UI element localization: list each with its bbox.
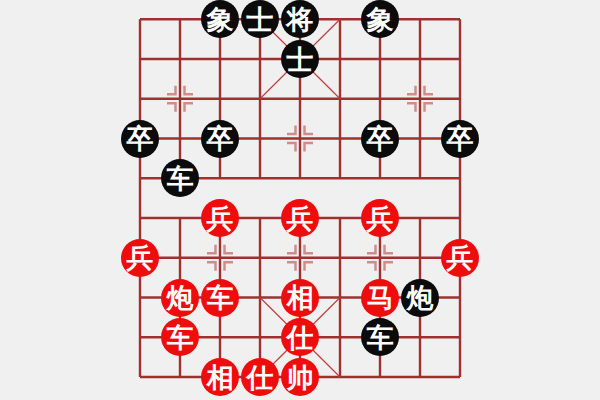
red-elephant-piece[interactable]: 相	[281, 279, 319, 317]
point-2-3[interactable]: 卒	[200, 119, 240, 159]
red-soldier-piece[interactable]: 兵	[201, 199, 239, 237]
point-2-7[interactable]: 车	[200, 278, 240, 318]
black-general-piece[interactable]: 将	[281, 0, 319, 38]
point-4-8[interactable]: 仕	[280, 317, 320, 357]
red-chariot-piece[interactable]: 车	[161, 318, 199, 356]
red-soldier-piece[interactable]: 兵	[441, 239, 479, 277]
point-3-0[interactable]: 士	[240, 0, 280, 39]
point-6-5[interactable]: 兵	[360, 198, 400, 238]
xiangqi-board: 象士将象士卒卒卒卒车兵兵兵兵兵炮车相马炮车仕车相仕帅	[0, 0, 600, 400]
red-advisor-piece[interactable]: 仕	[281, 318, 319, 356]
red-soldier-piece[interactable]: 兵	[121, 239, 159, 277]
point-7-7[interactable]: 炮	[400, 278, 440, 318]
red-horse-piece[interactable]: 马	[361, 279, 399, 317]
point-2-0[interactable]: 象	[200, 0, 240, 39]
piece-layer: 象士将象士卒卒卒卒车兵兵兵兵兵炮车相马炮车仕车相仕帅	[120, 0, 480, 397]
point-1-4[interactable]: 车	[160, 158, 200, 198]
red-chariot-piece[interactable]: 车	[201, 279, 239, 317]
point-0-3[interactable]: 卒	[120, 119, 160, 159]
black-advisor-piece[interactable]: 士	[241, 0, 279, 38]
black-soldier-piece[interactable]: 卒	[361, 120, 399, 158]
black-elephant-piece[interactable]: 象	[361, 0, 399, 38]
black-soldier-piece[interactable]: 卒	[201, 120, 239, 158]
point-6-8[interactable]: 车	[360, 317, 400, 357]
red-cannon-piece[interactable]: 炮	[161, 279, 199, 317]
red-elephant-piece[interactable]: 相	[201, 358, 239, 396]
point-1-7[interactable]: 炮	[160, 278, 200, 318]
point-0-6[interactable]: 兵	[120, 238, 160, 278]
black-soldier-piece[interactable]: 卒	[441, 120, 479, 158]
black-elephant-piece[interactable]: 象	[201, 0, 239, 38]
point-2-9[interactable]: 相	[200, 357, 240, 397]
black-soldier-piece[interactable]: 卒	[121, 120, 159, 158]
red-soldier-piece[interactable]: 兵	[281, 199, 319, 237]
point-3-9[interactable]: 仕	[240, 357, 280, 397]
red-advisor-piece[interactable]: 仕	[241, 358, 279, 396]
point-6-7[interactable]: 马	[360, 278, 400, 318]
point-6-3[interactable]: 卒	[360, 119, 400, 159]
point-1-8[interactable]: 车	[160, 317, 200, 357]
black-cannon-piece[interactable]: 炮	[401, 279, 439, 317]
point-4-5[interactable]: 兵	[280, 198, 320, 238]
point-8-3[interactable]: 卒	[440, 119, 480, 159]
point-4-0[interactable]: 将	[280, 0, 320, 39]
black-advisor-piece[interactable]: 士	[281, 40, 319, 78]
point-6-0[interactable]: 象	[360, 0, 400, 39]
point-8-6[interactable]: 兵	[440, 238, 480, 278]
point-4-9[interactable]: 帅	[280, 357, 320, 397]
point-2-5[interactable]: 兵	[200, 198, 240, 238]
red-general-piece[interactable]: 帅	[281, 358, 319, 396]
black-chariot-piece[interactable]: 车	[161, 159, 199, 197]
point-4-1[interactable]: 士	[280, 39, 320, 79]
black-chariot-piece[interactable]: 车	[361, 318, 399, 356]
point-4-7[interactable]: 相	[280, 278, 320, 318]
red-soldier-piece[interactable]: 兵	[361, 199, 399, 237]
